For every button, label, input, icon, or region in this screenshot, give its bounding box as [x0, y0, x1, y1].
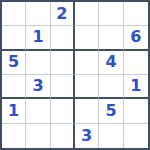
cell-r2c5[interactable] — [99, 26, 123, 50]
cell-r6c3[interactable] — [51, 124, 75, 148]
cell-r1c4[interactable] — [75, 2, 99, 26]
given-digit: 5 — [8, 54, 19, 70]
cell-r6c1[interactable] — [2, 124, 26, 148]
cell-r5c2[interactable] — [26, 99, 50, 123]
cell-r6c4[interactable]: 3 — [75, 124, 99, 148]
cell-r4c5[interactable] — [99, 75, 123, 99]
cell-r1c1[interactable] — [2, 2, 26, 26]
cell-r6c6[interactable] — [124, 124, 148, 148]
cell-r4c4[interactable] — [75, 75, 99, 99]
sudoku-board: 2165431153 — [0, 0, 150, 150]
cell-r3c6[interactable] — [124, 51, 148, 75]
cell-r3c4[interactable] — [75, 51, 99, 75]
cell-r6c2[interactable] — [26, 124, 50, 148]
cell-r2c3[interactable] — [51, 26, 75, 50]
cell-r1c2[interactable] — [26, 2, 50, 26]
given-digit: 3 — [32, 78, 43, 94]
given-digit: 3 — [81, 128, 92, 144]
given-digit: 1 — [130, 78, 141, 94]
cell-r5c4[interactable] — [75, 99, 99, 123]
cell-r1c5[interactable] — [99, 2, 123, 26]
cell-r2c4[interactable] — [75, 26, 99, 50]
cell-r3c3[interactable] — [51, 51, 75, 75]
given-digit: 6 — [130, 29, 141, 45]
cell-r5c5[interactable]: 5 — [99, 99, 123, 123]
cell-r5c3[interactable] — [51, 99, 75, 123]
cell-r4c3[interactable] — [51, 75, 75, 99]
cell-r5c6[interactable] — [124, 99, 148, 123]
cell-r3c1[interactable]: 5 — [2, 51, 26, 75]
given-digit: 1 — [8, 103, 19, 119]
cell-r5c1[interactable]: 1 — [2, 99, 26, 123]
cell-r2c1[interactable] — [2, 26, 26, 50]
cell-r4c1[interactable] — [2, 75, 26, 99]
given-digit: 5 — [105, 103, 116, 119]
given-digit: 1 — [32, 29, 43, 45]
cell-r2c6[interactable]: 6 — [124, 26, 148, 50]
cell-r3c5[interactable]: 4 — [99, 51, 123, 75]
cell-r4c6[interactable]: 1 — [124, 75, 148, 99]
cell-r2c2[interactable]: 1 — [26, 26, 50, 50]
cell-r1c3[interactable]: 2 — [51, 2, 75, 26]
cell-r3c2[interactable] — [26, 51, 50, 75]
cell-r4c2[interactable]: 3 — [26, 75, 50, 99]
cell-r1c6[interactable] — [124, 2, 148, 26]
given-digit: 2 — [56, 6, 67, 22]
cell-r6c5[interactable] — [99, 124, 123, 148]
given-digit: 4 — [105, 54, 116, 70]
